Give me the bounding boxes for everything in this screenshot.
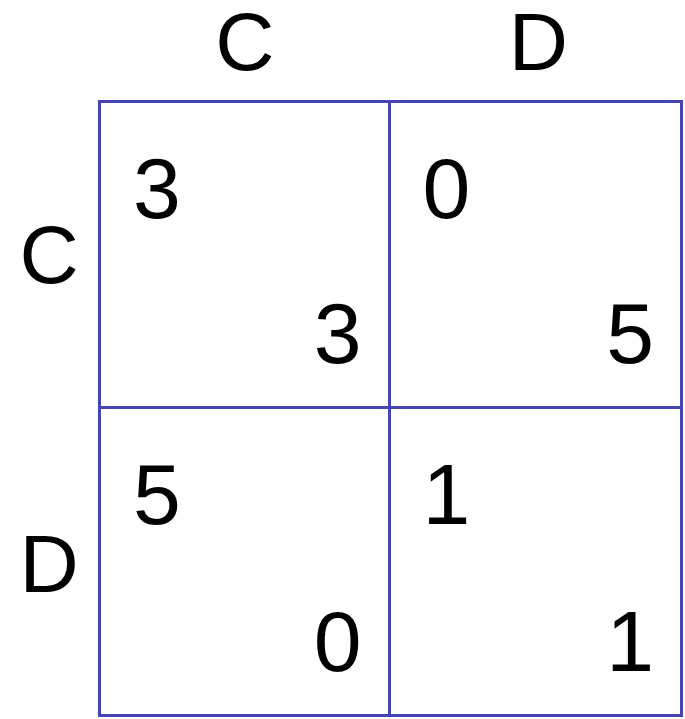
cell-dc: 5 0	[101, 409, 391, 715]
cell-dc-col-payoff: 0	[314, 598, 362, 684]
payoff-matrix-diagram: C D C D 3 3 0 5 5 0 1 1	[0, 0, 685, 719]
cell-dc-row-payoff: 5	[133, 451, 181, 537]
cell-cd: 0 5	[391, 103, 681, 409]
corner-spacer	[0, 0, 98, 100]
cell-cd-row-payoff: 0	[423, 145, 471, 231]
cell-dd-row-payoff: 1	[423, 451, 471, 537]
cell-cc: 3 3	[101, 103, 391, 409]
cell-dd: 1 1	[391, 409, 681, 715]
column-label-d: D	[392, 0, 685, 100]
row-label-c: C	[0, 100, 98, 410]
cell-cc-row-payoff: 3	[133, 145, 181, 231]
cell-cc-col-payoff: 3	[314, 290, 362, 376]
cell-dd-col-payoff: 1	[606, 598, 654, 684]
row-label-d: D	[0, 410, 98, 719]
cell-cd-col-payoff: 5	[606, 290, 654, 376]
matrix-layout: C D C D 3 3 0 5 5 0 1 1	[0, 0, 685, 719]
row-labels: C D	[0, 100, 98, 719]
payoff-grid: 3 3 0 5 5 0 1 1	[98, 100, 683, 717]
column-label-c: C	[98, 0, 392, 100]
column-labels: C D	[98, 0, 685, 100]
